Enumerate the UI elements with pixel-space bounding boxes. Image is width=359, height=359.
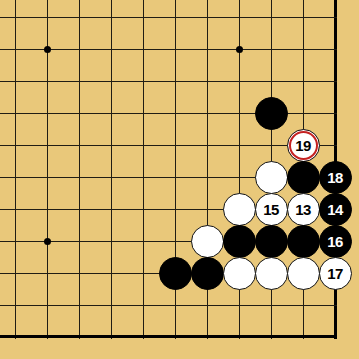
- black-stone-O3: [159, 257, 192, 290]
- move-number-label: 13: [295, 202, 311, 217]
- black-stone-T6-move-18: 18: [319, 161, 352, 194]
- move-number-label: 16: [327, 234, 343, 249]
- move-number-label: 18: [327, 170, 343, 185]
- white-stone-Q3: [223, 257, 256, 290]
- black-stone-Q4: [223, 225, 256, 258]
- move-number-label: 17: [327, 266, 343, 281]
- move-number-label: 14: [327, 202, 343, 217]
- go-board[interactable]: 19181513141617: [0, 0, 359, 359]
- black-stone-T5-move-14: 14: [319, 193, 352, 226]
- stone-grid: 19181513141617: [0, 1, 351, 353]
- black-stone-T4-move-16: 16: [319, 225, 352, 258]
- white-stone-R5-move-15: 15: [255, 193, 288, 226]
- white-stone-T3-move-17: 17: [319, 257, 352, 290]
- black-stone-S6: [287, 161, 320, 194]
- move-number-label: 15: [263, 202, 279, 217]
- white-stone-R6: [255, 161, 288, 194]
- white-stone-S7-move-19: 19: [287, 129, 320, 162]
- move-number-label: 19: [295, 138, 311, 153]
- white-stone-P4: [191, 225, 224, 258]
- white-stone-Q5: [223, 193, 256, 226]
- white-stone-R3: [255, 257, 288, 290]
- white-stone-S5-move-13: 13: [287, 193, 320, 226]
- white-stone-S3: [287, 257, 320, 290]
- black-stone-R8: [255, 97, 288, 130]
- black-stone-S4: [287, 225, 320, 258]
- black-stone-P3: [191, 257, 224, 290]
- black-stone-R4: [255, 225, 288, 258]
